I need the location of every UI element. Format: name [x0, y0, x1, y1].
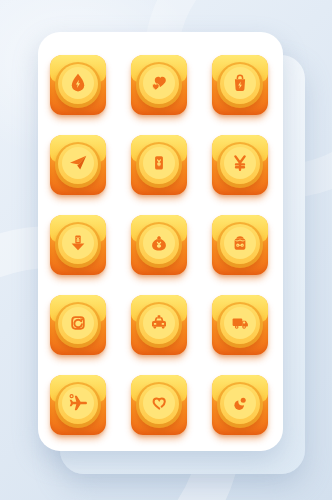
coin-ring — [217, 222, 263, 268]
coin-ring — [55, 382, 101, 428]
coin-ring — [217, 382, 263, 428]
coin-ring — [217, 62, 263, 108]
coin-face — [139, 384, 179, 424]
coin-face — [139, 64, 179, 104]
icon-tile-flash-sale-bag[interactable] — [212, 55, 268, 115]
coin-face — [58, 144, 98, 184]
icon-tile-piggy-bank[interactable] — [212, 215, 268, 275]
coin-ring — [55, 142, 101, 188]
icon-tile-red-envelope[interactable] — [131, 135, 187, 195]
icon-tile-double-hearts[interactable] — [131, 55, 187, 115]
coin-inner — [143, 67, 175, 99]
icon-tile-yuan-sign[interactable] — [212, 135, 268, 195]
icon-tile-delivery-truck[interactable] — [212, 295, 268, 355]
coin-ring — [136, 62, 182, 108]
coin-face — [139, 144, 179, 184]
heart-line-icon — [147, 391, 171, 415]
yuan-sign-icon — [228, 151, 252, 175]
coin-face — [220, 304, 260, 344]
coin-inner — [224, 227, 256, 259]
icon-grid — [38, 32, 283, 451]
icon-tile-heart-line[interactable] — [131, 375, 187, 435]
coin-inner — [224, 387, 256, 419]
icon-tile-paper-plane[interactable] — [50, 135, 106, 195]
piggy-bank-icon — [228, 231, 252, 255]
taxi-icon — [147, 311, 171, 335]
coin-ring — [217, 142, 263, 188]
coin-ring — [217, 302, 263, 348]
coin-inner — [62, 387, 94, 419]
coin-inner — [62, 67, 94, 99]
icon-tile-airplane[interactable] — [50, 375, 106, 435]
coin-face — [220, 64, 260, 104]
coin-ring — [55, 62, 101, 108]
coin-inner — [224, 147, 256, 179]
coin-inner — [224, 67, 256, 99]
coin-face — [58, 224, 98, 264]
coin-ring — [136, 382, 182, 428]
red-envelope-icon — [147, 151, 171, 175]
coin-ring — [55, 222, 101, 268]
icon-tile-withdraw[interactable] — [50, 215, 106, 275]
coin-face — [139, 224, 179, 264]
energy-drop-icon — [66, 71, 90, 95]
money-bag-icon — [147, 231, 171, 255]
icon-tile-money-bag[interactable] — [131, 215, 187, 275]
coin-inner — [143, 387, 175, 419]
double-hearts-icon — [147, 71, 171, 95]
icon-tile-member[interactable] — [212, 375, 268, 435]
coin-face — [58, 64, 98, 104]
coin-inner — [143, 227, 175, 259]
airplane-icon — [66, 391, 90, 415]
coin-inner — [62, 307, 94, 339]
withdraw-icon — [66, 231, 90, 255]
coin-inner — [224, 307, 256, 339]
paper-plane-icon — [66, 151, 90, 175]
coin-ring — [136, 302, 182, 348]
icon-tile-taxi[interactable] — [131, 295, 187, 355]
repayment-icon — [66, 311, 90, 335]
coin-inner — [143, 147, 175, 179]
coin-inner — [62, 147, 94, 179]
coin-ring — [136, 222, 182, 268]
icon-tile-energy-drop[interactable] — [50, 55, 106, 115]
coin-ring — [136, 142, 182, 188]
coin-ring — [55, 302, 101, 348]
coin-face — [220, 384, 260, 424]
coin-inner — [143, 307, 175, 339]
coin-face — [220, 144, 260, 184]
coin-face — [220, 224, 260, 264]
coin-face — [58, 384, 98, 424]
icon-tile-repayment[interactable] — [50, 295, 106, 355]
page-background — [0, 0, 332, 500]
delivery-truck-icon — [228, 311, 252, 335]
coin-inner — [62, 227, 94, 259]
flash-sale-bag-icon — [228, 71, 252, 95]
member-icon — [228, 391, 252, 415]
coin-face — [139, 304, 179, 344]
coin-face — [58, 304, 98, 344]
icon-card — [38, 32, 283, 451]
